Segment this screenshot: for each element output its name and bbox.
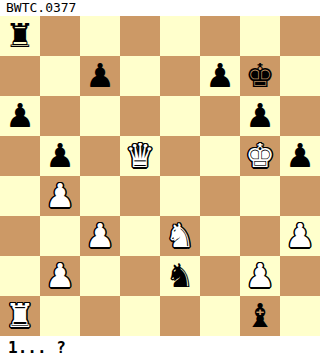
black-rook: ♜ [5,16,35,56]
square-d5[interactable]: ♛ [120,136,160,176]
square-b8[interactable] [40,16,80,56]
square-f6[interactable] [200,96,240,136]
black-king: ♚ [245,56,275,96]
move-prompt: 1... ? [0,336,66,360]
square-e2[interactable]: ♞ [160,256,200,296]
square-g7[interactable]: ♚ [240,56,280,96]
square-d4[interactable] [120,176,160,216]
white-queen: ♛ [125,136,155,176]
square-g8[interactable] [240,16,280,56]
caption-bar: 1... ? [0,336,320,360]
square-a5[interactable] [0,136,40,176]
white-pawn: ♟ [285,216,315,256]
square-b2[interactable]: ♟ [40,256,80,296]
white-pawn: ♟ [45,176,75,216]
square-c1[interactable] [80,296,120,336]
square-e8[interactable] [160,16,200,56]
square-h7[interactable] [280,56,320,96]
black-pawn: ♟ [245,96,275,136]
square-d1[interactable] [120,296,160,336]
black-pawn: ♟ [85,56,115,96]
square-b7[interactable] [40,56,80,96]
square-f8[interactable] [200,16,240,56]
square-c8[interactable] [80,16,120,56]
square-b3[interactable] [40,216,80,256]
white-pawn: ♟ [245,256,275,296]
square-c7[interactable]: ♟ [80,56,120,96]
square-f2[interactable] [200,256,240,296]
white-king: ♚ [245,136,275,176]
square-c2[interactable] [80,256,120,296]
square-d7[interactable] [120,56,160,96]
square-f3[interactable] [200,216,240,256]
square-a1[interactable]: ♜ [0,296,40,336]
square-f5[interactable] [200,136,240,176]
square-c3[interactable]: ♟ [80,216,120,256]
square-g2[interactable]: ♟ [240,256,280,296]
square-g5[interactable]: ♚ [240,136,280,176]
square-e5[interactable] [160,136,200,176]
black-bishop: ♝ [245,296,275,336]
square-g1[interactable]: ♝ [240,296,280,336]
square-f7[interactable]: ♟ [200,56,240,96]
square-d2[interactable] [120,256,160,296]
square-a3[interactable] [0,216,40,256]
black-pawn: ♟ [205,56,235,96]
square-f1[interactable] [200,296,240,336]
white-knight: ♞ [165,216,195,256]
square-e1[interactable] [160,296,200,336]
white-rook: ♜ [5,296,35,336]
square-a6[interactable]: ♟ [0,96,40,136]
square-h4[interactable] [280,176,320,216]
square-h3[interactable]: ♟ [280,216,320,256]
black-pawn: ♟ [285,136,315,176]
square-b4[interactable]: ♟ [40,176,80,216]
white-pawn: ♟ [45,256,75,296]
square-d3[interactable] [120,216,160,256]
black-pawn: ♟ [5,96,35,136]
black-knight: ♞ [165,256,195,296]
square-c6[interactable] [80,96,120,136]
square-g3[interactable] [240,216,280,256]
chess-board: ♜♟♟♚♟♟♟♛♚♟♟♟♞♟♟♞♟♜♝ [0,16,320,336]
square-e7[interactable] [160,56,200,96]
square-c5[interactable] [80,136,120,176]
square-e6[interactable] [160,96,200,136]
title-bar: BWTC.0377 [0,0,320,16]
square-b6[interactable] [40,96,80,136]
square-h1[interactable] [280,296,320,336]
square-a4[interactable] [0,176,40,216]
square-f4[interactable] [200,176,240,216]
square-h5[interactable]: ♟ [280,136,320,176]
square-d8[interactable] [120,16,160,56]
square-a2[interactable] [0,256,40,296]
square-a8[interactable]: ♜ [0,16,40,56]
white-pawn: ♟ [85,216,115,256]
square-e4[interactable] [160,176,200,216]
square-b1[interactable] [40,296,80,336]
square-h2[interactable] [280,256,320,296]
square-a7[interactable] [0,56,40,96]
square-e3[interactable]: ♞ [160,216,200,256]
square-b5[interactable]: ♟ [40,136,80,176]
puzzle-title: BWTC.0377 [0,0,76,16]
square-g4[interactable] [240,176,280,216]
square-d6[interactable] [120,96,160,136]
square-g6[interactable]: ♟ [240,96,280,136]
square-h8[interactable] [280,16,320,56]
square-c4[interactable] [80,176,120,216]
black-pawn: ♟ [45,136,75,176]
square-h6[interactable] [280,96,320,136]
